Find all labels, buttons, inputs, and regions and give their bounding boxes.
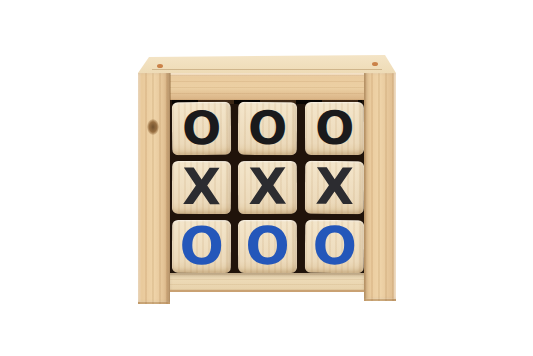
cell-r2c2-symbol: X [249, 161, 288, 211]
cell-r1c2-symbol: O [248, 104, 287, 150]
frame-bottom-rail [170, 273, 364, 292]
cell-r3c1[interactable]: O [172, 220, 232, 273]
wood-knot [147, 119, 159, 135]
cell-r1c1[interactable]: O [172, 102, 232, 156]
photo-background: O O O X X X O O O [0, 0, 533, 356]
cell-r2c1[interactable]: X [172, 161, 232, 214]
box-top-face [138, 55, 396, 73]
cell-r2c1-symbol: X [182, 161, 221, 211]
cell-r3c2-symbol: O [246, 219, 290, 271]
frame-top-beam [138, 73, 396, 101]
cell-r2c3-symbol: X [315, 161, 354, 211]
cell-r1c1-symbol: O [182, 104, 222, 150]
cell-r3c3-symbol: O [312, 219, 357, 271]
cell-r2c2[interactable]: X [238, 161, 298, 214]
joint-seam [170, 73, 171, 100]
cell-r3c3[interactable]: O [304, 220, 364, 274]
board-grid: O O O X X X O O O [172, 102, 364, 273]
cell-r3c1-symbol: O [179, 219, 223, 271]
frame-left-post [138, 73, 170, 304]
game-box: O O O X X X O O O [138, 55, 396, 302]
frame-right-post [364, 73, 396, 301]
dowel-pin [157, 64, 163, 68]
cell-r1c3-symbol: O [315, 104, 354, 150]
dowel-pin [372, 62, 378, 66]
cell-r1c3[interactable]: O [305, 102, 365, 155]
cell-r3c2[interactable]: O [238, 220, 298, 273]
cell-r2c3[interactable]: X [304, 161, 364, 214]
cell-r1c2[interactable]: O [238, 102, 298, 155]
